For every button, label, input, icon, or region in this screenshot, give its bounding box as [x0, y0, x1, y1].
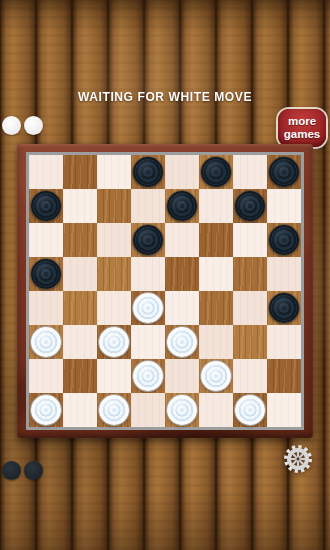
square-r2c6[interactable] [233, 223, 267, 257]
square-r6c6[interactable] [233, 359, 267, 393]
black-checker-piece[interactable] [133, 157, 163, 187]
square-r5c1[interactable] [63, 325, 97, 359]
square-r3c5[interactable] [199, 257, 233, 291]
square-r7c5[interactable] [199, 393, 233, 427]
black-checker-piece[interactable] [167, 191, 197, 221]
status-text: WAITING FOR WHITE MOVE [12, 89, 319, 104]
square-r0c4[interactable] [165, 155, 199, 189]
square-r5c3[interactable] [131, 325, 165, 359]
square-r4c4[interactable] [165, 291, 199, 325]
square-r4c6[interactable] [233, 291, 267, 325]
square-r0c2[interactable] [97, 155, 131, 189]
square-r7c4[interactable] [165, 393, 199, 427]
square-r4c7[interactable] [267, 291, 301, 325]
captured-white-piece [2, 116, 21, 135]
white-checker-piece[interactable] [99, 327, 129, 357]
white-checker-piece[interactable] [31, 395, 61, 425]
square-r5c5[interactable] [199, 325, 233, 359]
black-checker-piece[interactable] [31, 259, 61, 289]
square-r3c7[interactable] [267, 257, 301, 291]
square-r7c0[interactable] [29, 393, 63, 427]
square-r0c5[interactable] [199, 155, 233, 189]
square-r0c3[interactable] [131, 155, 165, 189]
square-r6c2[interactable] [97, 359, 131, 393]
square-r1c4[interactable] [165, 189, 199, 223]
square-r2c3[interactable] [131, 223, 165, 257]
square-r1c7[interactable] [267, 189, 301, 223]
square-r6c5[interactable] [199, 359, 233, 393]
black-checker-piece[interactable] [201, 157, 231, 187]
square-r6c7[interactable] [267, 359, 301, 393]
square-r2c4[interactable] [165, 223, 199, 257]
square-r4c0[interactable] [29, 291, 63, 325]
square-r7c3[interactable] [131, 393, 165, 427]
square-r3c3[interactable] [131, 257, 165, 291]
square-r7c2[interactable] [97, 393, 131, 427]
square-r2c1[interactable] [63, 223, 97, 257]
black-checker-piece[interactable] [133, 225, 163, 255]
more-games-button[interactable]: more games [278, 109, 326, 147]
board-frame [17, 144, 313, 438]
square-r2c2[interactable] [97, 223, 131, 257]
captured-black-piece [2, 461, 21, 480]
square-r5c7[interactable] [267, 325, 301, 359]
black-checker-piece[interactable] [269, 225, 299, 255]
square-r0c1[interactable] [63, 155, 97, 189]
white-checker-piece[interactable] [31, 327, 61, 357]
black-checker-piece[interactable] [31, 191, 61, 221]
square-r6c4[interactable] [165, 359, 199, 393]
more-games-label-line2: games [284, 128, 320, 141]
square-r1c5[interactable] [199, 189, 233, 223]
square-r1c0[interactable] [29, 189, 63, 223]
white-checker-piece[interactable] [201, 361, 231, 391]
square-r5c2[interactable] [97, 325, 131, 359]
captured-white-piece [24, 116, 43, 135]
gear-hub-hole [297, 458, 300, 461]
game-screen: WAITING FOR WHITE MOVE more games [0, 0, 330, 550]
settings-gear-icon[interactable] [282, 443, 314, 475]
board [26, 152, 304, 430]
square-r6c3[interactable] [131, 359, 165, 393]
square-r4c5[interactable] [199, 291, 233, 325]
white-checker-piece[interactable] [133, 361, 163, 391]
square-r0c6[interactable] [233, 155, 267, 189]
square-r5c6[interactable] [233, 325, 267, 359]
square-r7c6[interactable] [233, 393, 267, 427]
square-r0c0[interactable] [29, 155, 63, 189]
black-checker-piece[interactable] [235, 191, 265, 221]
square-r6c0[interactable] [29, 359, 63, 393]
square-r3c2[interactable] [97, 257, 131, 291]
square-r1c2[interactable] [97, 189, 131, 223]
square-r4c1[interactable] [63, 291, 97, 325]
white-checker-piece[interactable] [167, 327, 197, 357]
square-r3c6[interactable] [233, 257, 267, 291]
square-r2c5[interactable] [199, 223, 233, 257]
square-r1c6[interactable] [233, 189, 267, 223]
square-r1c1[interactable] [63, 189, 97, 223]
square-r4c3[interactable] [131, 291, 165, 325]
square-r1c3[interactable] [131, 189, 165, 223]
white-checker-piece[interactable] [99, 395, 129, 425]
white-checker-piece[interactable] [133, 293, 163, 323]
black-checker-piece[interactable] [269, 293, 299, 323]
black-checker-piece[interactable] [269, 157, 299, 187]
square-r7c7[interactable] [267, 393, 301, 427]
square-r3c0[interactable] [29, 257, 63, 291]
square-r2c7[interactable] [267, 223, 301, 257]
square-r5c4[interactable] [165, 325, 199, 359]
square-r4c2[interactable] [97, 291, 131, 325]
square-r6c1[interactable] [63, 359, 97, 393]
square-r0c7[interactable] [267, 155, 301, 189]
square-r7c1[interactable] [63, 393, 97, 427]
captured-black-piece [24, 461, 43, 480]
square-r2c0[interactable] [29, 223, 63, 257]
white-checker-piece[interactable] [167, 395, 197, 425]
square-r5c0[interactable] [29, 325, 63, 359]
square-r3c1[interactable] [63, 257, 97, 291]
square-r3c4[interactable] [165, 257, 199, 291]
more-games-label-line1: more [288, 115, 316, 128]
white-checker-piece[interactable] [235, 395, 265, 425]
